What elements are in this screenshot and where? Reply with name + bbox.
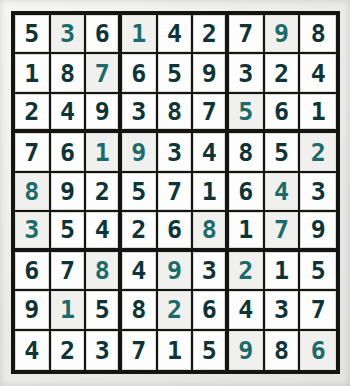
cell-r6c5[interactable]: 6	[158, 212, 194, 251]
cell-r9c6[interactable]: 5	[193, 331, 229, 370]
cell-r1c2[interactable]: 3	[51, 15, 87, 54]
cell-r9c2[interactable]: 2	[51, 331, 87, 370]
cell-r3c2[interactable]: 4	[51, 94, 87, 133]
cell-r5c3[interactable]: 2	[86, 173, 122, 212]
cell-r8c9[interactable]: 7	[300, 291, 336, 330]
cell-r2c1[interactable]: 1	[15, 54, 51, 93]
cell-r4c6[interactable]: 4	[193, 133, 229, 172]
cell-r7c2[interactable]: 7	[51, 252, 87, 291]
cell-r1c1[interactable]: 5	[15, 15, 51, 54]
cell-r4c3[interactable]: 1	[86, 133, 122, 172]
cell-r9c1[interactable]: 4	[15, 331, 51, 370]
cell-r7c1[interactable]: 6	[15, 252, 51, 291]
cell-r6c2[interactable]: 5	[51, 212, 87, 251]
cell-r7c9[interactable]: 5	[300, 252, 336, 291]
cell-r3c1[interactable]: 2	[15, 94, 51, 133]
cell-r6c9[interactable]: 9	[300, 212, 336, 251]
cell-r5c9[interactable]: 3	[300, 173, 336, 212]
cell-r4c7[interactable]: 8	[229, 133, 265, 172]
cell-r7c6[interactable]: 3	[193, 252, 229, 291]
cell-r3c4[interactable]: 3	[122, 94, 158, 133]
cell-r4c8[interactable]: 5	[265, 133, 301, 172]
cell-r2c2[interactable]: 8	[51, 54, 87, 93]
cell-r5c6[interactable]: 1	[193, 173, 229, 212]
cell-r4c2[interactable]: 6	[51, 133, 87, 172]
cell-r9c3[interactable]: 3	[86, 331, 122, 370]
cell-r7c8[interactable]: 1	[265, 252, 301, 291]
cell-r7c5[interactable]: 9	[158, 252, 194, 291]
cell-r6c4[interactable]: 2	[122, 212, 158, 251]
cell-r6c8[interactable]: 7	[265, 212, 301, 251]
cell-r5c7[interactable]: 6	[229, 173, 265, 212]
cell-r9c5[interactable]: 1	[158, 331, 194, 370]
cell-r9c8[interactable]: 8	[265, 331, 301, 370]
cell-r5c1[interactable]: 8	[15, 173, 51, 212]
cell-r6c1[interactable]: 3	[15, 212, 51, 251]
cell-r2c5[interactable]: 5	[158, 54, 194, 93]
cell-r5c8[interactable]: 4	[265, 173, 301, 212]
cell-r1c7[interactable]: 7	[229, 15, 265, 54]
cell-r5c2[interactable]: 9	[51, 173, 87, 212]
cell-r7c4[interactable]: 4	[122, 252, 158, 291]
cell-r1c8[interactable]: 9	[265, 15, 301, 54]
cell-r2c3[interactable]: 7	[86, 54, 122, 93]
cell-r6c3[interactable]: 4	[86, 212, 122, 251]
cell-r7c7[interactable]: 2	[229, 252, 265, 291]
cell-r3c7[interactable]: 5	[229, 94, 265, 133]
cell-r8c6[interactable]: 6	[193, 291, 229, 330]
cell-r8c2[interactable]: 1	[51, 291, 87, 330]
sudoku-board: 5361427981876593242493875617619348528925…	[11, 11, 340, 374]
cell-r1c9[interactable]: 8	[300, 15, 336, 54]
cell-r2c8[interactable]: 2	[265, 54, 301, 93]
cell-r1c6[interactable]: 2	[193, 15, 229, 54]
cell-r4c5[interactable]: 3	[158, 133, 194, 172]
cell-r3c5[interactable]: 8	[158, 94, 194, 133]
cell-r9c7[interactable]: 9	[229, 331, 265, 370]
cell-r3c8[interactable]: 6	[265, 94, 301, 133]
cell-r9c9[interactable]: 6	[300, 331, 336, 370]
cell-r8c7[interactable]: 4	[229, 291, 265, 330]
cell-r3c6[interactable]: 7	[193, 94, 229, 133]
cell-r1c4[interactable]: 1	[122, 15, 158, 54]
cell-r6c7[interactable]: 1	[229, 212, 265, 251]
cell-r2c9[interactable]: 4	[300, 54, 336, 93]
cell-r3c9[interactable]: 1	[300, 94, 336, 133]
cell-r3c3[interactable]: 9	[86, 94, 122, 133]
cell-r8c8[interactable]: 3	[265, 291, 301, 330]
cell-r6c6[interactable]: 8	[193, 212, 229, 251]
cell-r7c3[interactable]: 8	[86, 252, 122, 291]
cell-r2c7[interactable]: 3	[229, 54, 265, 93]
cell-r2c4[interactable]: 6	[122, 54, 158, 93]
cell-r1c5[interactable]: 4	[158, 15, 194, 54]
cell-r8c1[interactable]: 9	[15, 291, 51, 330]
cell-r8c5[interactable]: 2	[158, 291, 194, 330]
cell-r4c1[interactable]: 7	[15, 133, 51, 172]
cell-r8c4[interactable]: 8	[122, 291, 158, 330]
cell-r4c4[interactable]: 9	[122, 133, 158, 172]
cell-r9c4[interactable]: 7	[122, 331, 158, 370]
cell-r1c3[interactable]: 6	[86, 15, 122, 54]
cell-r2c6[interactable]: 9	[193, 54, 229, 93]
cell-r5c5[interactable]: 7	[158, 173, 194, 212]
cell-r5c4[interactable]: 5	[122, 173, 158, 212]
cell-r4c9[interactable]: 2	[300, 133, 336, 172]
cell-r8c3[interactable]: 5	[86, 291, 122, 330]
